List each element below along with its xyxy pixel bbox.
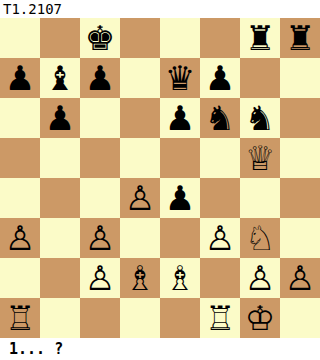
white-pawn: ♙ bbox=[85, 258, 115, 298]
square-h7[interactable] bbox=[280, 58, 320, 98]
square-h6[interactable] bbox=[280, 98, 320, 138]
black-pawn: ♟ bbox=[205, 58, 235, 98]
black-pawn: ♟ bbox=[45, 98, 75, 138]
square-e1[interactable] bbox=[160, 298, 200, 338]
square-e8[interactable] bbox=[160, 18, 200, 58]
square-d5[interactable] bbox=[120, 138, 160, 178]
white-king: ♔ bbox=[245, 298, 275, 338]
square-f2[interactable] bbox=[200, 258, 240, 298]
square-f8[interactable] bbox=[200, 18, 240, 58]
square-c4[interactable] bbox=[80, 178, 120, 218]
square-a5[interactable] bbox=[0, 138, 40, 178]
square-f7[interactable]: ♟ bbox=[200, 58, 240, 98]
white-queen: ♕ bbox=[245, 138, 275, 178]
square-f4[interactable] bbox=[200, 178, 240, 218]
white-pawn: ♙ bbox=[285, 258, 315, 298]
square-h4[interactable] bbox=[280, 178, 320, 218]
square-f5[interactable] bbox=[200, 138, 240, 178]
square-e2[interactable]: ♗ bbox=[160, 258, 200, 298]
square-e3[interactable] bbox=[160, 218, 200, 258]
black-pawn: ♟ bbox=[165, 98, 195, 138]
square-c3[interactable]: ♙ bbox=[80, 218, 120, 258]
square-a1[interactable]: ♖ bbox=[0, 298, 40, 338]
square-g4[interactable] bbox=[240, 178, 280, 218]
puzzle-window: T1.2107 ♚♜♜♟♝♟♛♟♟♟♞♞♕♙♟♙♙♙♘♙♗♗♙♙♖♖♔ 1...… bbox=[0, 0, 320, 360]
square-a6[interactable] bbox=[0, 98, 40, 138]
black-king: ♚ bbox=[85, 18, 115, 58]
square-g3[interactable]: ♘ bbox=[240, 218, 280, 258]
move-prompt: 1... ? bbox=[0, 338, 320, 360]
square-g7[interactable] bbox=[240, 58, 280, 98]
square-a4[interactable] bbox=[0, 178, 40, 218]
square-f3[interactable]: ♙ bbox=[200, 218, 240, 258]
black-knight: ♞ bbox=[205, 98, 235, 138]
square-d8[interactable] bbox=[120, 18, 160, 58]
square-g8[interactable]: ♜ bbox=[240, 18, 280, 58]
square-d3[interactable] bbox=[120, 218, 160, 258]
square-d4[interactable]: ♙ bbox=[120, 178, 160, 218]
black-pawn: ♟ bbox=[85, 58, 115, 98]
square-h5[interactable] bbox=[280, 138, 320, 178]
white-pawn: ♙ bbox=[205, 218, 235, 258]
white-pawn: ♙ bbox=[85, 218, 115, 258]
square-d7[interactable] bbox=[120, 58, 160, 98]
chess-board: ♚♜♜♟♝♟♛♟♟♟♞♞♕♙♟♙♙♙♘♙♗♗♙♙♖♖♔ bbox=[0, 18, 320, 338]
square-b5[interactable] bbox=[40, 138, 80, 178]
square-b2[interactable] bbox=[40, 258, 80, 298]
square-f6[interactable]: ♞ bbox=[200, 98, 240, 138]
white-knight: ♘ bbox=[245, 218, 275, 258]
square-f1[interactable]: ♖ bbox=[200, 298, 240, 338]
square-h8[interactable]: ♜ bbox=[280, 18, 320, 58]
white-pawn: ♙ bbox=[125, 178, 155, 218]
black-pawn: ♟ bbox=[5, 58, 35, 98]
square-h3[interactable] bbox=[280, 218, 320, 258]
square-b3[interactable] bbox=[40, 218, 80, 258]
square-g1[interactable]: ♔ bbox=[240, 298, 280, 338]
square-d1[interactable] bbox=[120, 298, 160, 338]
white-bishop: ♗ bbox=[125, 258, 155, 298]
square-b1[interactable] bbox=[40, 298, 80, 338]
white-pawn: ♙ bbox=[245, 258, 275, 298]
square-c5[interactable] bbox=[80, 138, 120, 178]
black-queen: ♛ bbox=[165, 58, 195, 98]
square-e4[interactable]: ♟ bbox=[160, 178, 200, 218]
square-e6[interactable]: ♟ bbox=[160, 98, 200, 138]
white-bishop: ♗ bbox=[165, 258, 195, 298]
square-d2[interactable]: ♗ bbox=[120, 258, 160, 298]
square-a8[interactable] bbox=[0, 18, 40, 58]
square-c2[interactable]: ♙ bbox=[80, 258, 120, 298]
square-b7[interactable]: ♝ bbox=[40, 58, 80, 98]
white-rook: ♖ bbox=[205, 298, 235, 338]
square-g6[interactable]: ♞ bbox=[240, 98, 280, 138]
white-rook: ♖ bbox=[5, 298, 35, 338]
black-rook: ♜ bbox=[245, 18, 275, 58]
square-g2[interactable]: ♙ bbox=[240, 258, 280, 298]
square-c7[interactable]: ♟ bbox=[80, 58, 120, 98]
square-d6[interactable] bbox=[120, 98, 160, 138]
white-pawn: ♙ bbox=[5, 218, 35, 258]
square-g5[interactable]: ♕ bbox=[240, 138, 280, 178]
square-a2[interactable] bbox=[0, 258, 40, 298]
square-a3[interactable]: ♙ bbox=[0, 218, 40, 258]
black-bishop: ♝ bbox=[45, 58, 75, 98]
black-rook: ♜ bbox=[285, 18, 315, 58]
square-b4[interactable] bbox=[40, 178, 80, 218]
black-pawn: ♟ bbox=[165, 178, 195, 218]
square-c6[interactable] bbox=[80, 98, 120, 138]
square-a7[interactable]: ♟ bbox=[0, 58, 40, 98]
square-b8[interactable] bbox=[40, 18, 80, 58]
square-h1[interactable] bbox=[280, 298, 320, 338]
square-e5[interactable] bbox=[160, 138, 200, 178]
square-e7[interactable]: ♛ bbox=[160, 58, 200, 98]
square-c1[interactable] bbox=[80, 298, 120, 338]
puzzle-id: T1.2107 bbox=[0, 0, 320, 18]
square-b6[interactable]: ♟ bbox=[40, 98, 80, 138]
square-c8[interactable]: ♚ bbox=[80, 18, 120, 58]
square-h2[interactable]: ♙ bbox=[280, 258, 320, 298]
black-knight: ♞ bbox=[245, 98, 275, 138]
